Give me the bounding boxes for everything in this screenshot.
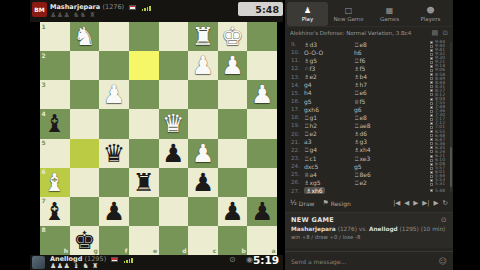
move-times: 5:535:31 <box>404 178 445 186</box>
move-number: 14. <box>291 82 304 88</box>
white-move[interactable]: g4 <box>304 81 312 88</box>
move-row-26: 26.♗xg5♖e25:535:31 <box>285 178 449 186</box>
square-d8[interactable]: d <box>159 226 189 255</box>
square-b5[interactable] <box>218 139 248 168</box>
first-move-icon[interactable]: |◀ <box>393 199 400 207</box>
move-number: 13. <box>291 74 304 80</box>
square-h7[interactable]: 7♝ <box>40 197 70 226</box>
square-a2[interactable] <box>247 51 277 80</box>
captured-pieces: ♟♟♟ ♝ ♞ ♜ <box>50 262 99 270</box>
file-label-d: d <box>182 248 186 254</box>
square-b2[interactable]: ♟ <box>218 51 248 80</box>
square-c1[interactable]: ♜ <box>188 22 218 51</box>
black-move[interactable]: g6 <box>354 106 404 113</box>
piece-white-pawn-f3[interactable]: ♟ <box>99 80 129 109</box>
games-icon: ▦ <box>386 7 394 15</box>
square-b6[interactable] <box>218 168 248 197</box>
white-move[interactable]: ♖h2 <box>304 122 317 129</box>
scrollbar[interactable] <box>450 42 452 192</box>
move-row-18: 18.♖g1♖e87:307:17 <box>285 113 449 121</box>
move-number: 24. <box>291 163 304 169</box>
square-b8[interactable]: b <box>218 226 248 255</box>
tab-bar: ♟Play□New Game▦Games☻Players <box>285 0 453 26</box>
move-row-21: 21.a3♗g36:476:36 <box>285 138 449 146</box>
challenger-name: Masharjepara <box>291 226 336 232</box>
move-row-27: 27.♗xh65:48 <box>285 187 449 195</box>
move-row-23: 23.♖c1♖xe36:216:10 <box>285 154 449 162</box>
square-f6[interactable] <box>99 168 129 197</box>
tab-label: New Game <box>333 16 363 22</box>
white-move[interactable]: ♖g1 <box>304 114 317 121</box>
player-name-text: Masharjepara <box>50 3 100 11</box>
white-move[interactable]: a3 <box>304 138 312 145</box>
move-number: 16. <box>291 98 304 104</box>
move-row-19: 19.♖h2♖ae87:127:01 <box>285 121 449 129</box>
black-move[interactable]: ♕f5 <box>354 98 404 105</box>
rank-label-8: 8 <box>42 227 46 233</box>
square-a5[interactable] <box>247 139 277 168</box>
white-move[interactable]: ♖c1 <box>304 155 317 162</box>
challenger-rating: (1276) <box>338 226 357 232</box>
square-a8[interactable]: a <box>247 226 277 255</box>
white-move[interactable]: ♗d3 <box>304 41 317 48</box>
black-move[interactable]: ♖e2 <box>354 179 404 186</box>
move-number: 25. <box>291 171 304 177</box>
move-number: 17. <box>291 106 304 112</box>
resign-label: Resign <box>331 200 351 207</box>
black-move[interactable]: g5 <box>354 163 404 170</box>
square-d6[interactable] <box>159 168 189 197</box>
file-label-f: f <box>125 248 128 254</box>
black-move[interactable]: ♖8e6 <box>354 171 404 178</box>
white-move[interactable]: ♕a4 <box>304 171 317 178</box>
square-c3[interactable] <box>188 80 218 109</box>
tab-label: Play <box>302 16 313 22</box>
black-move[interactable]: ♗d6 <box>354 130 404 137</box>
captured-pieces: ♟♟♟ ♞♞ ♜ <box>50 11 96 19</box>
move-number: 11. <box>291 57 304 63</box>
black-move[interactable]: ♖xe3 <box>354 155 404 162</box>
black-move[interactable]: ♖e6 <box>354 89 404 96</box>
move-times: 5:48 <box>404 189 445 193</box>
square-c8[interactable]: c <box>188 226 218 255</box>
half-point-icon: ½ <box>290 199 297 207</box>
square-h5[interactable]: 5 <box>40 139 70 168</box>
square-e4[interactable] <box>129 109 159 138</box>
black-move[interactable]: ♖ae8 <box>354 122 404 129</box>
prev-move-icon[interactable]: ◀ <box>404 199 409 207</box>
move-row-9: 9.♗d3♖e89:449:40 <box>285 40 449 48</box>
square-e6[interactable]: ♜ <box>129 168 159 197</box>
move-nav: |◀◀▶▶|▶↻ <box>393 199 448 207</box>
square-e5[interactable] <box>129 139 159 168</box>
square-g6[interactable] <box>70 168 100 197</box>
move-number: 9. <box>291 41 304 47</box>
tab-games[interactable]: ▦Games <box>369 2 410 26</box>
black-move[interactable]: ♗h7 <box>354 81 404 88</box>
square-a6[interactable] <box>247 168 277 197</box>
square-h8[interactable]: 8h <box>40 226 70 255</box>
next-move-icon[interactable]: ▶ <box>413 199 418 207</box>
square-f3[interactable]: ♟ <box>99 80 129 109</box>
move-row-12: 12.♘f3♗f59:149:06 <box>285 64 449 72</box>
square-g3[interactable] <box>70 80 100 109</box>
piece-black-bishop-h4[interactable]: ♝ <box>40 109 70 138</box>
square-a3[interactable]: ♟ <box>247 80 277 109</box>
sidebar-panel: ♟Play□New Game▦Games☻Players Alekhine's … <box>285 0 453 270</box>
square-f4[interactable] <box>99 109 129 138</box>
black-move[interactable]: ♖e8 <box>354 114 404 121</box>
new-game-matchup: Masharjepara (1276) vs. Anellogd (1295) … <box>291 226 447 232</box>
white-move[interactable]: g5 <box>304 98 312 105</box>
clock-white: 5:48 <box>238 2 283 16</box>
black-move[interactable]: ♖f6 <box>354 57 404 64</box>
white-move[interactable]: h4 <box>304 89 312 96</box>
avatar[interactable]: BM <box>32 2 47 17</box>
new-game-icon: □ <box>345 7 353 15</box>
piece-white-bishop-h6[interactable]: ♝ <box>40 168 70 197</box>
move-row-17: 17.gxh6g67:487:36 <box>285 105 449 113</box>
piece-black-pawn-c6[interactable]: ♟ <box>188 168 218 197</box>
square-g1[interactable]: ♞ <box>70 22 100 51</box>
play-icon: ♟ <box>304 7 311 15</box>
app-window: BM Masharjepara (1276) ♟♟♟ ♞♞ ♜ 5:48 1♞♜… <box>0 0 480 270</box>
square-d7[interactable] <box>159 197 189 226</box>
opponent-rating: (1295) <box>400 226 419 232</box>
white-move[interactable]: gxh6 <box>304 106 319 113</box>
move-number: 27. <box>291 188 304 194</box>
square-a7[interactable]: ♟ <box>247 197 277 226</box>
smiley-icon[interactable]: ☺ <box>439 257 447 266</box>
piece-black-pawn-f7[interactable]: ♟ <box>99 197 129 226</box>
move-number: 15. <box>291 90 304 96</box>
square-h6[interactable]: 6♝ <box>40 168 70 197</box>
square-g2[interactable] <box>70 51 100 80</box>
piece-black-pawn-b7[interactable]: ♟ <box>218 197 248 226</box>
flag-icon <box>129 5 136 10</box>
flip-move-icon[interactable]: ↻ <box>443 199 448 207</box>
connection-bars-icon <box>142 3 152 11</box>
chat-input[interactable]: Send a message... <box>291 258 439 265</box>
square-d5[interactable]: ♟ <box>159 139 189 168</box>
move-number: 26. <box>291 179 304 185</box>
square-g7[interactable] <box>70 197 100 226</box>
tab-play[interactable]: ♟Play <box>287 2 328 26</box>
tab-new-game[interactable]: □New Game <box>328 2 369 26</box>
opponent-name: Anellogd <box>369 226 398 232</box>
connection-bars-icon <box>124 255 134 263</box>
square-f1[interactable] <box>99 22 129 51</box>
eye-icon[interactable]: ⊙ <box>441 216 447 224</box>
vs-label: vs. <box>359 226 367 232</box>
piece-black-pawn-d5[interactable]: ♟ <box>159 139 189 168</box>
white-move[interactable]: ♗xg5 <box>304 179 321 186</box>
flag-icon: ⚑ <box>322 199 328 207</box>
black-move[interactable]: ♗f5 <box>354 65 404 72</box>
tab-label: Players <box>421 16 441 22</box>
piece-black-bishop-h7[interactable]: ♝ <box>40 197 70 226</box>
square-c4[interactable] <box>188 109 218 138</box>
square-d1[interactable] <box>159 22 189 51</box>
rank-label-3: 3 <box>42 82 46 88</box>
rank-label-2: 2 <box>42 53 46 59</box>
square-b7[interactable]: ♟ <box>218 197 248 226</box>
white-move[interactable]: ♗xh6 <box>304 187 325 194</box>
piece-white-pawn-c2[interactable]: ♟ <box>188 51 218 80</box>
square-d4[interactable]: ♛ <box>159 109 189 138</box>
piece-black-rook-e6[interactable]: ♜ <box>129 168 159 197</box>
move-row-14: 14.g4♗h78:448:31 <box>285 81 449 89</box>
square-g4[interactable] <box>70 109 100 138</box>
move-number: 23. <box>291 155 304 161</box>
draw-button[interactable]: ½ Draw <box>290 199 314 207</box>
clock-black: 5:19 <box>238 253 283 267</box>
live-move-icon[interactable]: ▶ <box>434 199 439 207</box>
tab-players[interactable]: ☻Players <box>410 2 451 26</box>
file-label-c: c <box>213 248 217 254</box>
piece-black-king-g8[interactable]: ♚ <box>70 226 100 255</box>
square-h4[interactable]: 4♝ <box>40 109 70 138</box>
square-b3[interactable] <box>218 80 248 109</box>
square-a4[interactable] <box>247 109 277 138</box>
white-move[interactable]: ♖e2 <box>304 130 317 137</box>
piece-white-pawn-c5[interactable]: ♟ <box>188 139 218 168</box>
move-number: 10. <box>291 49 304 55</box>
piece-white-rook-c1[interactable]: ♜ <box>188 22 218 51</box>
opening-name: Alekhine's Defense: Normal Variation, 3.… <box>290 30 428 36</box>
square-c7[interactable] <box>188 197 218 226</box>
square-f5[interactable]: ♛ <box>99 139 129 168</box>
eye-icon[interactable]: ⊙ <box>442 29 448 37</box>
time-control: (10 min) <box>421 226 446 232</box>
piece-white-queen-d4[interactable]: ♛ <box>159 109 189 138</box>
black-move[interactable]: ♗b4 <box>354 73 404 80</box>
eye-icon[interactable]: ⊙ <box>229 256 236 264</box>
move-list[interactable]: 9.♗d3♖e89:449:4010.O-O-Oh69:419:3211.♗g5… <box>285 40 449 195</box>
move-number: 19. <box>291 122 304 128</box>
new-game-header: NEW GAME <box>291 216 334 224</box>
move-number: 22. <box>291 147 304 153</box>
square-h1[interactable]: 1 <box>40 22 70 51</box>
piece-white-pawn-b2[interactable]: ♟ <box>218 51 248 80</box>
piece-black-queen-f5[interactable]: ♛ <box>99 139 129 168</box>
move-row-22: 22.♖g4♗xh46:356:24 <box>285 146 449 154</box>
square-e1[interactable] <box>129 22 159 51</box>
book-icon[interactable]: ▤ <box>432 29 439 37</box>
file-label-e: e <box>153 248 157 254</box>
white-move[interactable]: O-O-O <box>304 49 323 56</box>
white-move[interactable]: ♗e2 <box>304 73 317 80</box>
square-b1[interactable]: ♚ <box>218 22 248 51</box>
move-row-24: 24.dxc5g56:085:57 <box>285 162 449 170</box>
player-rating: (1276) <box>102 3 124 11</box>
square-g8[interactable]: g♚ <box>70 226 100 255</box>
square-c5[interactable]: ♟ <box>188 139 218 168</box>
resign-button[interactable]: ⚑ Resign <box>322 199 350 207</box>
new-game-card: NEW GAME ⊙ Masharjepara (1276) vs. Anell… <box>285 212 453 248</box>
move-row-15: 15.h4♖e68:278:12 <box>285 89 449 97</box>
move-row-20: 20.♖e2♗d66:556:48 <box>285 130 449 138</box>
flag-icon <box>111 257 118 262</box>
square-h3[interactable]: 3 <box>40 80 70 109</box>
move-row-13: 13.♗e2♗b48:588:49 <box>285 73 449 81</box>
square-f7[interactable]: ♟ <box>99 197 129 226</box>
square-c6[interactable]: ♟ <box>188 168 218 197</box>
piece-white-knight-g1[interactable]: ♞ <box>70 22 100 51</box>
square-e8[interactable]: e <box>129 226 159 255</box>
black-move[interactable]: h6 <box>354 49 404 56</box>
rank-label-5: 5 <box>42 140 46 146</box>
move-row-10: 10.O-O-Oh69:419:32 <box>285 48 449 56</box>
tab-label: Games <box>380 16 399 22</box>
move-row-25: 25.♕a4♖8e66:015:44 <box>285 170 449 178</box>
piece-black-pawn-a7[interactable]: ♟ <box>247 197 277 226</box>
file-label-h: h <box>64 248 68 254</box>
piece-white-pawn-a3[interactable]: ♟ <box>247 80 277 109</box>
white-move[interactable]: ♗g5 <box>304 57 317 64</box>
square-e7[interactable] <box>129 197 159 226</box>
square-g5[interactable] <box>70 139 100 168</box>
square-f8[interactable]: f <box>99 226 129 255</box>
square-c2[interactable]: ♟ <box>188 51 218 80</box>
game-controls: ½ Draw ⚑ Resign |◀◀▶▶|▶↻ <box>285 196 453 210</box>
square-d3[interactable] <box>159 80 189 109</box>
rank-label-1: 1 <box>42 24 46 30</box>
players-icon: ☻ <box>426 7 434 15</box>
square-h2[interactable]: 2 <box>40 51 70 80</box>
last-move-icon[interactable]: ▶| <box>422 199 429 207</box>
square-f2[interactable] <box>99 51 129 80</box>
white-move[interactable]: dxc5 <box>304 163 318 170</box>
draw-label: Draw <box>299 200 315 207</box>
white-move[interactable]: ♘f3 <box>304 65 315 72</box>
square-d2[interactable] <box>159 51 189 80</box>
square-b4[interactable] <box>218 109 248 138</box>
move-row-11: 11.♗g5♖f69:309:21 <box>285 56 449 64</box>
square-e2[interactable] <box>129 51 159 80</box>
move-row-16: 16.g5♕f58:047:55 <box>285 97 449 105</box>
chat-bar: Send a message... ☺ <box>285 251 453 270</box>
move-number: 20. <box>291 131 304 137</box>
move-number: 12. <box>291 65 304 71</box>
move-number: 21. <box>291 139 304 145</box>
opening-row: Alekhine's Defense: Normal Variation, 3.… <box>285 26 453 39</box>
black-move[interactable]: ♗g3 <box>354 138 404 145</box>
square-a1[interactable] <box>247 22 277 51</box>
black-move[interactable]: ♖e8 <box>354 41 404 48</box>
rating-stakes: win +8 / draw +0 / lose -8 <box>291 234 447 240</box>
piece-white-king-b1[interactable]: ♚ <box>218 22 248 51</box>
white-move[interactable]: ♖g4 <box>304 146 317 153</box>
move-number: 18. <box>291 114 304 120</box>
chess-board[interactable]: 1♞♜♚2♟♟3♟♟4♝♛5♛♟♟6♝♜♟7♝♟♟♟8hg♚fedcba <box>40 22 277 255</box>
black-move[interactable]: ♗xh4 <box>354 146 404 153</box>
square-e3[interactable] <box>129 80 159 109</box>
avatar[interactable] <box>32 256 45 269</box>
player-name-top[interactable]: Masharjepara (1276) <box>50 3 152 11</box>
